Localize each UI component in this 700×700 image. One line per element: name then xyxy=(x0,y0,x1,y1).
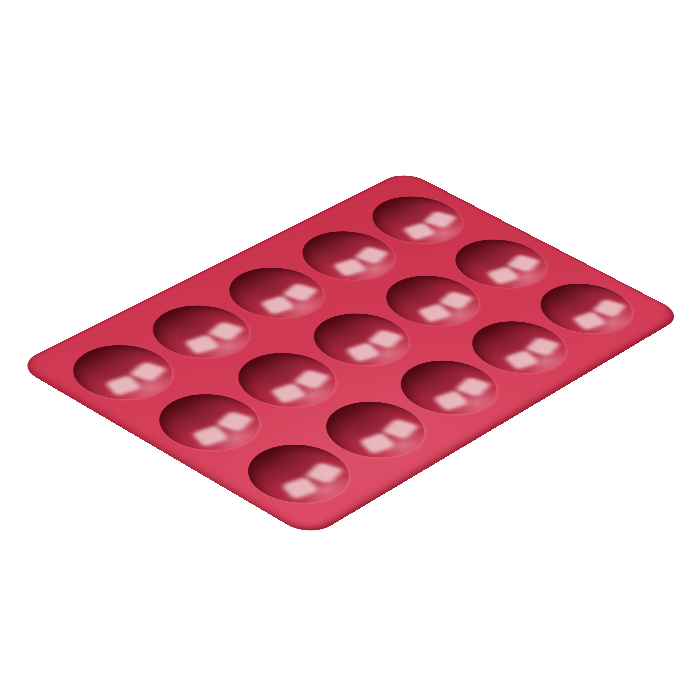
cavity-reflection-highlight xyxy=(486,266,521,285)
cavity-reflection-highlight xyxy=(417,303,452,323)
cavity-reflection-highlight xyxy=(504,350,540,371)
cavity-reflection-highlight xyxy=(359,433,396,455)
cavity-reflection-highlight xyxy=(270,383,307,405)
cavity-reflection-highlight xyxy=(345,342,381,363)
cavity-reflection-highlight xyxy=(433,390,470,412)
cavity-reflection-highlight xyxy=(191,425,229,448)
cavity-reflection-highlight xyxy=(281,477,319,500)
cavity-reflection-highlight xyxy=(128,361,168,381)
cavity-reflection-highlight xyxy=(572,311,607,331)
cavity-reflection-highlight xyxy=(332,258,367,277)
cavity-reflection-highlight xyxy=(184,334,220,355)
product-photo xyxy=(0,0,700,700)
cavity-reflection-highlight xyxy=(304,462,344,484)
cavity-reflection-highlight xyxy=(402,222,436,241)
cavity-reflection-highlight xyxy=(260,295,296,315)
cavity-reflection-highlight xyxy=(104,375,141,397)
cavity-reflection-highlight xyxy=(215,411,255,432)
cavity-reflection-highlight xyxy=(207,321,246,341)
silicone-mould-tray xyxy=(15,170,685,538)
